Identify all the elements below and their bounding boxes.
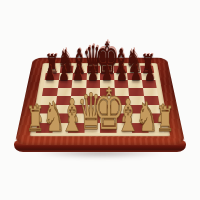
black-pawn-icon: ♟	[58, 64, 69, 84]
chess-set-photo: ♜♞♝♛♚♝♞♜♟♟♟♟♟♟♟♟♟♟♟♟♟♟♟♟♜♞♝♛♚♝♞♜	[0, 0, 200, 200]
black-pawn-icon: ♟	[73, 64, 84, 84]
black-pawn-icon: ♟	[44, 64, 55, 84]
pieces-layer: ♜♞♝♛♚♝♞♜♟♟♟♟♟♟♟♟♟♟♟♟♟♟♟♟♜♞♝♛♚♝♞♜	[0, 0, 200, 200]
white-rook-icon: ♜	[156, 102, 175, 137]
black-pawn-icon: ♟	[145, 64, 156, 84]
black-pawn-icon: ♟	[130, 64, 141, 84]
